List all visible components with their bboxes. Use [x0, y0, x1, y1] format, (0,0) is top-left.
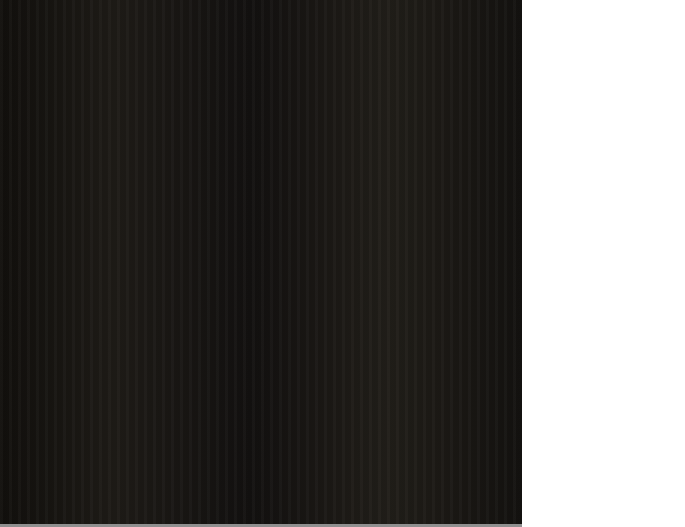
page: [0, 0, 685, 527]
chess-board: [0, 0, 522, 527]
board-squares: [20, 18, 500, 498]
file-labels: [20, 498, 500, 524]
rank-labels: [0, 18, 20, 498]
